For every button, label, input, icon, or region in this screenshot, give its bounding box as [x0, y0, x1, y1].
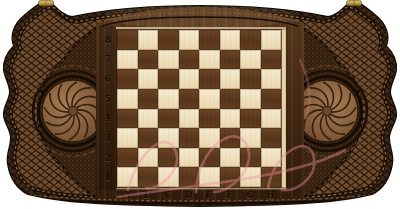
square-e8[interactable] — [199, 30, 220, 50]
square-h8[interactable] — [261, 30, 282, 50]
square-a2[interactable] — [117, 148, 138, 168]
maple-strip-right — [281, 30, 286, 188]
square-a8[interactable] — [117, 30, 138, 50]
rank-label-4: 4 — [105, 113, 111, 123]
square-f7[interactable] — [220, 50, 241, 70]
square-c2[interactable] — [158, 148, 179, 168]
square-g4[interactable] — [240, 109, 261, 129]
file-label-e: E — [206, 190, 213, 200]
square-d1[interactable] — [179, 167, 200, 187]
square-a5[interactable] — [117, 89, 138, 109]
file-label-a: A — [124, 190, 131, 200]
square-b2[interactable] — [138, 148, 159, 168]
rank-labels: 87654321 — [100, 30, 116, 187]
square-h1[interactable] — [261, 167, 282, 187]
rank-label-6: 6 — [105, 74, 111, 84]
rank-label-2: 2 — [105, 153, 111, 163]
square-e2[interactable] — [199, 148, 220, 168]
square-h4[interactable] — [261, 109, 282, 129]
square-c8[interactable] — [158, 30, 179, 50]
square-f3[interactable] — [220, 128, 241, 148]
square-b6[interactable] — [138, 69, 159, 89]
square-g8[interactable] — [240, 30, 261, 50]
square-b8[interactable] — [138, 30, 159, 50]
chess-board[interactable] — [117, 30, 281, 187]
rank-label-1: 1 — [105, 172, 111, 182]
square-c1[interactable] — [158, 167, 179, 187]
square-f2[interactable] — [220, 148, 241, 168]
square-c5[interactable] — [158, 89, 179, 109]
square-b4[interactable] — [138, 109, 159, 129]
left-hinge-icon — [39, 1, 54, 6]
square-d8[interactable] — [179, 30, 200, 50]
rank-label-8: 8 — [105, 35, 111, 45]
square-c4[interactable] — [158, 109, 179, 129]
square-g5[interactable] — [240, 89, 261, 109]
file-label-d: D — [185, 190, 193, 200]
square-c3[interactable] — [158, 128, 179, 148]
square-h3[interactable] — [261, 128, 282, 148]
square-d5[interactable] — [179, 89, 200, 109]
square-a1[interactable] — [117, 167, 138, 187]
square-e1[interactable] — [199, 167, 220, 187]
square-h7[interactable] — [261, 50, 282, 70]
file-label-b: B — [144, 190, 152, 200]
square-b1[interactable] — [138, 167, 159, 187]
rank-label-5: 5 — [105, 94, 111, 104]
square-a3[interactable] — [117, 128, 138, 148]
square-h5[interactable] — [261, 89, 282, 109]
right-hinge-icon — [347, 1, 362, 6]
square-h6[interactable] — [261, 69, 282, 89]
square-g7[interactable] — [240, 50, 261, 70]
square-e6[interactable] — [199, 69, 220, 89]
square-a7[interactable] — [117, 50, 138, 70]
square-e4[interactable] — [199, 109, 220, 129]
rank-label-3: 3 — [105, 133, 111, 143]
file-labels: ABCDEFGH — [117, 187, 281, 202]
square-d7[interactable] — [179, 50, 200, 70]
square-f5[interactable] — [220, 89, 241, 109]
square-e3[interactable] — [199, 128, 220, 148]
square-d4[interactable] — [179, 109, 200, 129]
square-a6[interactable] — [117, 69, 138, 89]
square-a4[interactable] — [117, 109, 138, 129]
square-g3[interactable] — [240, 128, 261, 148]
square-d2[interactable] — [179, 148, 200, 168]
square-f6[interactable] — [220, 69, 241, 89]
square-g2[interactable] — [240, 148, 261, 168]
square-f4[interactable] — [220, 109, 241, 129]
square-c6[interactable] — [158, 69, 179, 89]
file-label-c: C — [164, 190, 172, 200]
file-label-h: H — [266, 190, 275, 200]
square-c7[interactable] — [158, 50, 179, 70]
square-b7[interactable] — [138, 50, 159, 70]
square-d6[interactable] — [179, 69, 200, 89]
square-g6[interactable] — [240, 69, 261, 89]
board-photo: 87654321 ABCDEFGH — [0, 0, 400, 209]
square-d3[interactable] — [179, 128, 200, 148]
square-h2[interactable] — [261, 148, 282, 168]
file-label-f: F — [226, 190, 233, 200]
rank-label-7: 7 — [105, 54, 111, 64]
square-b5[interactable] — [138, 89, 159, 109]
square-f1[interactable] — [220, 167, 241, 187]
square-e5[interactable] — [199, 89, 220, 109]
square-f8[interactable] — [220, 30, 241, 50]
square-b3[interactable] — [138, 128, 159, 148]
square-g1[interactable] — [240, 167, 261, 187]
file-label-g: G — [246, 190, 254, 200]
square-e7[interactable] — [199, 50, 220, 70]
